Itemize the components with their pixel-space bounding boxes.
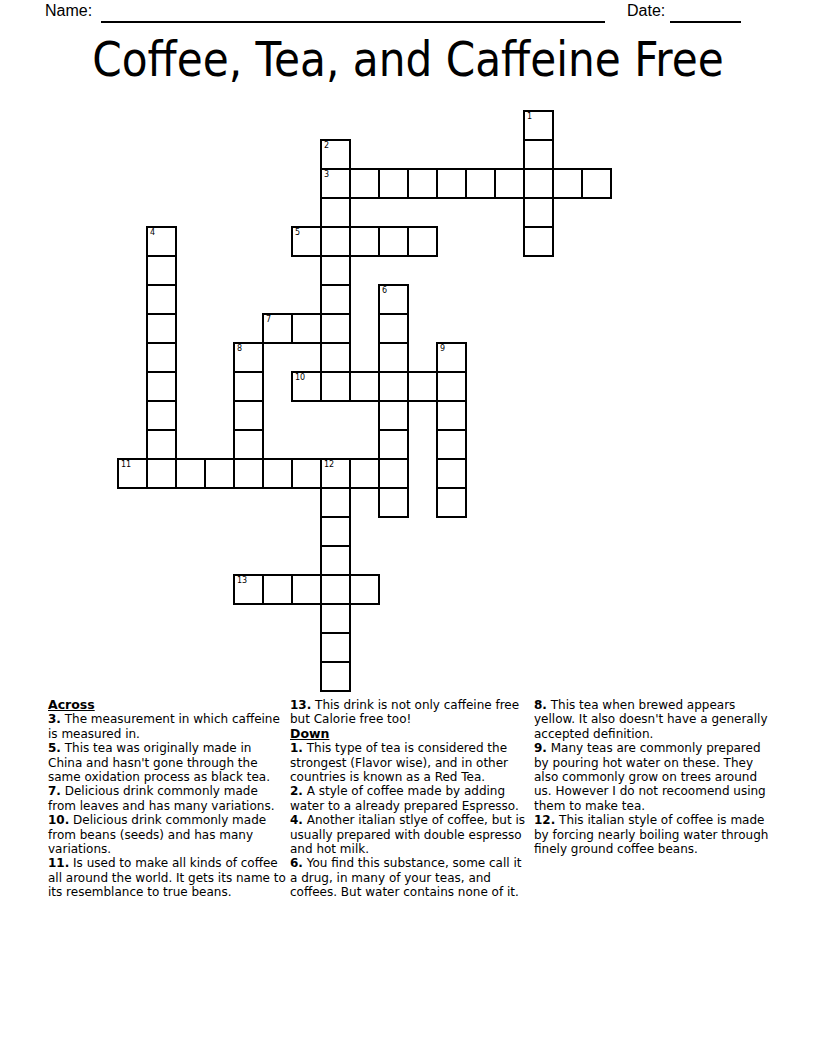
- grid-cell-r5c7[interactable]: [320, 255, 351, 286]
- grid-cell-r4c9[interactable]: [378, 226, 409, 257]
- grid-cell-r11c4[interactable]: [233, 429, 264, 460]
- grid-cell-r2c12[interactable]: [465, 168, 496, 199]
- grid-cell-r12c0[interactable]: 11: [117, 458, 148, 489]
- grid-cell-r12c8[interactable]: [349, 458, 380, 489]
- date-blank-line[interactable]: [670, 21, 741, 23]
- grid-cell-r2c9[interactable]: [378, 168, 409, 199]
- down-heading: Down: [290, 727, 528, 741]
- grid-cell-r12c11[interactable]: [436, 458, 467, 489]
- grid-cell-r9c6[interactable]: 10: [291, 371, 322, 402]
- grid-cell-r10c9[interactable]: [378, 400, 409, 431]
- grid-cell-r12c3[interactable]: [204, 458, 235, 489]
- clue-number-label: 5.: [48, 741, 61, 755]
- grid-cell-r6c9[interactable]: 6: [378, 284, 409, 315]
- grid-cell-r16c7[interactable]: [320, 574, 351, 605]
- grid-cell-r16c8[interactable]: [349, 574, 380, 605]
- clue-number-label: 8.: [534, 698, 547, 712]
- grid-cell-r9c9[interactable]: [378, 371, 409, 402]
- clue-number-label: 9.: [534, 741, 547, 755]
- clue-number-1: 1: [527, 112, 532, 121]
- clue-number-7: 7: [266, 315, 271, 324]
- clue-number-11: 11: [121, 460, 131, 469]
- clue-number-2: 2: [324, 141, 329, 150]
- down-clue-9: 9. Many teas are commonly prepared by po…: [534, 741, 772, 813]
- grid-cell-r15c7[interactable]: [320, 545, 351, 576]
- grid-cell-r9c4[interactable]: [233, 371, 264, 402]
- clue-number-label: 2.: [290, 784, 303, 798]
- grid-cell-r4c6[interactable]: 5: [291, 226, 322, 257]
- grid-cell-r16c4[interactable]: 13: [233, 574, 264, 605]
- name-label: Name:: [45, 2, 92, 20]
- across-clue-11: 11. Is used to make all kinds of coffee …: [48, 856, 288, 899]
- grid-cell-r9c1[interactable]: [146, 371, 177, 402]
- grid-cell-r18c7[interactable]: [320, 632, 351, 663]
- grid-cell-r4c8[interactable]: [349, 226, 380, 257]
- grid-cell-r11c11[interactable]: [436, 429, 467, 460]
- clue-number-label: 3.: [48, 712, 61, 726]
- clue-number-10: 10: [295, 373, 305, 382]
- grid-cell-r8c1[interactable]: [146, 342, 177, 373]
- grid-cell-r4c14[interactable]: [523, 226, 554, 257]
- grid-cell-r8c9[interactable]: [378, 342, 409, 373]
- across-clue-3: 3. The measurement in which caffeine is …: [48, 712, 288, 741]
- grid-cell-r9c11[interactable]: [436, 371, 467, 402]
- clue-number-label: 6.: [290, 856, 303, 870]
- clue-number-9: 9: [440, 344, 445, 353]
- down-clue-8: 8. This tea when brewed appears yellow. …: [534, 698, 772, 741]
- grid-cell-r4c1[interactable]: 4: [146, 226, 177, 257]
- clue-number-label: 12.: [534, 813, 555, 827]
- grid-cell-r6c1[interactable]: [146, 284, 177, 315]
- grid-cell-r7c9[interactable]: [378, 313, 409, 344]
- grid-cell-r1c14[interactable]: [523, 139, 554, 170]
- grid-cell-r3c7[interactable]: [320, 197, 351, 228]
- grid-cell-r1c7[interactable]: 2: [320, 139, 351, 170]
- grid-cell-r13c11[interactable]: [436, 487, 467, 518]
- grid-cell-r12c5[interactable]: [262, 458, 293, 489]
- down-clue-12: 12. This italian style of coffee is made…: [534, 813, 772, 856]
- grid-cell-r12c9[interactable]: [378, 458, 409, 489]
- grid-cell-r2c8[interactable]: [349, 168, 380, 199]
- clue-column-2: 13. This drink is not only caffeine free…: [290, 698, 528, 900]
- grid-cell-r8c11[interactable]: 9: [436, 342, 467, 373]
- grid-cell-r10c11[interactable]: [436, 400, 467, 431]
- grid-cell-r7c1[interactable]: [146, 313, 177, 344]
- clue-number-label: 13.: [290, 698, 311, 712]
- grid-cell-r13c9[interactable]: [378, 487, 409, 518]
- clue-number-label: 7.: [48, 784, 61, 798]
- grid-cell-r2c15[interactable]: [552, 168, 583, 199]
- clue-number-8: 8: [237, 344, 242, 353]
- clue-number-12: 12: [324, 460, 334, 469]
- down-clue-2: 2. A style of coffee made by adding wate…: [290, 784, 528, 813]
- clue-column-1: Across3. The measurement in which caffei…: [48, 698, 288, 900]
- clue-number-6: 6: [382, 286, 387, 295]
- grid-cell-r12c4[interactable]: [233, 458, 264, 489]
- across-clue-5: 5. This tea was originally made in China…: [48, 741, 288, 784]
- grid-cell-r10c4[interactable]: [233, 400, 264, 431]
- grid-cell-r9c8[interactable]: [349, 371, 380, 402]
- clue-number-label: 4.: [290, 813, 303, 827]
- date-label: Date:: [627, 2, 665, 20]
- grid-cell-r6c7[interactable]: [320, 284, 351, 315]
- grid-cell-r3c14[interactable]: [523, 197, 554, 228]
- across-clue-13: 13. This drink is not only caffeine free…: [290, 698, 528, 727]
- clue-number-label: 10.: [48, 813, 69, 827]
- across-clue-7: 7. Delicious drink commonly made from le…: [48, 784, 288, 813]
- down-clue-1: 1. This type of tea is considered the st…: [290, 741, 528, 784]
- grid-cell-r2c16[interactable]: [581, 168, 612, 199]
- across-clue-10: 10. Delicious drink commonly made from b…: [48, 813, 288, 856]
- crossword-grid: 12345678910111213: [117, 110, 612, 692]
- clue-column-3: 8. This tea when brewed appears yellow. …: [534, 698, 772, 856]
- grid-cell-r2c11[interactable]: [436, 168, 467, 199]
- grid-cell-r12c7[interactable]: 12: [320, 458, 351, 489]
- grid-cell-r4c10[interactable]: [407, 226, 438, 257]
- grid-cell-r2c14[interactable]: [523, 168, 554, 199]
- name-blank-line[interactable]: [101, 21, 605, 23]
- grid-cell-r8c7[interactable]: [320, 342, 351, 373]
- clue-number-label: 1.: [290, 741, 303, 755]
- down-clue-4: 4. Another italian stlye of coffee, but …: [290, 813, 528, 856]
- across-heading: Across: [48, 698, 288, 712]
- grid-cell-r7c6[interactable]: [291, 313, 322, 344]
- down-clue-6: 6. You find this substance, some call it…: [290, 856, 528, 899]
- clue-number-5: 5: [295, 228, 300, 237]
- grid-cell-r11c9[interactable]: [378, 429, 409, 460]
- grid-cell-r2c7[interactable]: 3: [320, 168, 351, 199]
- clue-number-4: 4: [150, 228, 155, 237]
- grid-cell-r13c7[interactable]: [320, 487, 351, 518]
- grid-cell-r12c1[interactable]: [146, 458, 177, 489]
- grid-cell-r12c6[interactable]: [291, 458, 322, 489]
- clue-number-label: 11.: [48, 856, 69, 870]
- grid-cell-r17c7[interactable]: [320, 603, 351, 634]
- grid-cell-r9c7[interactable]: [320, 371, 351, 402]
- grid-cell-r0c14[interactable]: 1: [523, 110, 554, 141]
- grid-cell-r9c10[interactable]: [407, 371, 438, 402]
- grid-cell-r14c7[interactable]: [320, 516, 351, 547]
- grid-cell-r16c6[interactable]: [291, 574, 322, 605]
- puzzle-title: Coffee, Tea, and Caffeine Free: [49, 33, 767, 86]
- clue-number-3: 3: [324, 170, 329, 179]
- grid-cell-r10c1[interactable]: [146, 400, 177, 431]
- grid-cell-r2c13[interactable]: [494, 168, 525, 199]
- grid-cell-r5c1[interactable]: [146, 255, 177, 286]
- clue-number-13: 13: [237, 576, 247, 585]
- grid-cell-r11c1[interactable]: [146, 429, 177, 460]
- grid-cell-r8c4[interactable]: 8: [233, 342, 264, 373]
- grid-cell-r16c5[interactable]: [262, 574, 293, 605]
- grid-cell-r19c7[interactable]: [320, 661, 351, 692]
- grid-cell-r12c2[interactable]: [175, 458, 206, 489]
- grid-cell-r7c7[interactable]: [320, 313, 351, 344]
- grid-cell-r7c5[interactable]: 7: [262, 313, 293, 344]
- grid-cell-r4c7[interactable]: [320, 226, 351, 257]
- grid-cell-r2c10[interactable]: [407, 168, 438, 199]
